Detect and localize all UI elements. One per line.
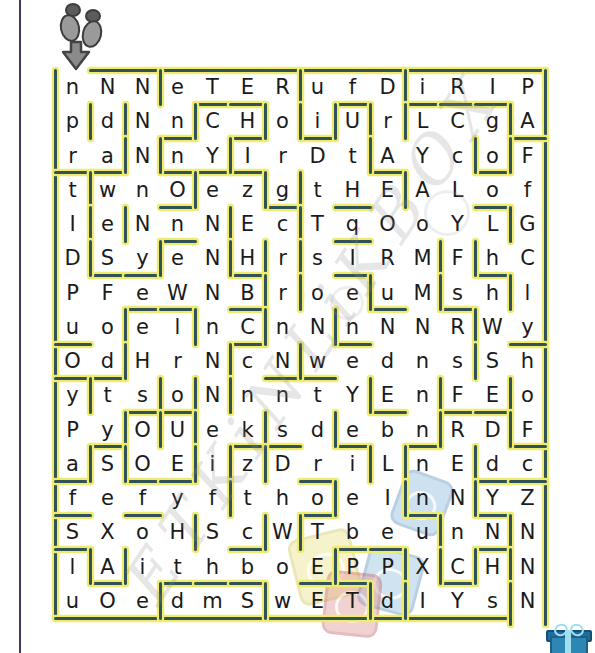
maze-wall xyxy=(264,206,302,209)
maze-cell: N xyxy=(510,584,545,618)
maze-wall xyxy=(89,206,92,243)
maze-cell: y xyxy=(510,310,545,344)
maze-cell: I xyxy=(475,70,510,104)
maze-cell: F xyxy=(90,276,125,310)
maze-cell: X xyxy=(405,550,440,584)
maze-cell: t xyxy=(230,481,265,515)
maze-wall xyxy=(124,206,127,243)
maze-cell: a xyxy=(90,139,125,173)
maze-wall xyxy=(124,103,127,140)
maze-wall xyxy=(54,343,92,346)
maze-wall xyxy=(124,343,127,380)
maze-cell: i xyxy=(195,447,230,481)
maze-cell: D xyxy=(370,70,405,104)
maze-wall xyxy=(299,137,337,140)
maze-cell: H xyxy=(230,241,265,275)
maze-cell: s xyxy=(440,276,475,310)
maze-cell: r xyxy=(265,276,300,310)
maze-cell: Y xyxy=(475,481,510,515)
maze-wall xyxy=(474,445,477,482)
maze-wall xyxy=(54,514,92,517)
worksheet-page: nNNeTERufDiRIPpdNnCHoiUrLCgAraNnYIrDtAYc… xyxy=(0,0,595,653)
maze-cell: t xyxy=(55,173,90,207)
maze-wall xyxy=(334,480,337,517)
maze-wall xyxy=(509,411,512,448)
maze-wall xyxy=(229,343,267,346)
maze-cell: S xyxy=(475,344,510,378)
maze-cell: z xyxy=(230,447,265,481)
maze-cell: N xyxy=(125,207,160,241)
maze-cell: b xyxy=(370,413,405,447)
maze-wall xyxy=(264,274,267,311)
maze-cell: n xyxy=(440,515,475,549)
maze-cell: r xyxy=(370,104,405,138)
maze-cell: N xyxy=(125,104,160,138)
maze-cell: S xyxy=(55,515,90,549)
maze-wall xyxy=(159,582,162,619)
maze-wall xyxy=(299,343,302,380)
maze-wall xyxy=(439,274,442,311)
maze-wall xyxy=(299,171,302,208)
maze-cell: u xyxy=(300,70,335,104)
maze-cell: E xyxy=(475,378,510,412)
maze-cell: E xyxy=(440,447,475,481)
maze-wall xyxy=(124,548,127,585)
maze-wall xyxy=(264,308,267,345)
maze-wall xyxy=(229,137,267,140)
maze-cell: e xyxy=(335,344,370,378)
maze-wall xyxy=(509,343,547,346)
maze-border-bottom xyxy=(54,617,512,620)
maze-wall xyxy=(334,548,372,551)
maze-cell: f xyxy=(335,70,370,104)
maze-cell: d xyxy=(90,104,125,138)
maze-cell: W xyxy=(160,276,195,310)
maze-wall xyxy=(334,548,337,585)
maze-wall xyxy=(159,137,162,174)
maze-cell: n xyxy=(405,378,440,412)
maze-cell: d xyxy=(160,584,195,618)
maze-cell: A xyxy=(510,104,545,138)
maze-cell: n xyxy=(405,413,440,447)
maze-wall xyxy=(334,240,372,243)
maze-wall xyxy=(334,343,372,346)
maze-cell: i xyxy=(300,104,335,138)
maze-wall xyxy=(369,582,372,619)
maze-wall xyxy=(124,411,127,448)
maze-wall xyxy=(194,445,197,482)
maze-wall xyxy=(229,445,232,482)
maze-wall xyxy=(264,377,302,380)
maze-cell: L xyxy=(370,447,405,481)
maze-wall xyxy=(54,377,92,380)
maze-cell: w xyxy=(90,173,125,207)
maze-cell: p xyxy=(55,104,90,138)
maze-cell: t xyxy=(90,378,125,412)
maze-wall xyxy=(229,103,267,106)
maze-wall xyxy=(369,137,372,174)
watermark-swirl xyxy=(424,190,470,236)
maze-wall xyxy=(369,377,372,414)
maze-cell: H xyxy=(335,173,370,207)
maze-wall xyxy=(229,548,267,551)
gift-icon xyxy=(546,628,590,653)
maze-wall xyxy=(299,514,302,551)
maze-wall xyxy=(89,445,92,482)
maze-cell: N xyxy=(125,139,160,173)
maze-cell: U xyxy=(160,413,195,447)
maze-cell: d xyxy=(300,413,335,447)
maze-cell: D xyxy=(475,413,510,447)
maze-wall xyxy=(124,514,162,517)
maze-wall xyxy=(299,274,302,311)
maze-wall xyxy=(264,582,267,619)
maze-cell: w xyxy=(300,344,335,378)
maze-cell: o xyxy=(510,378,545,412)
maze-wall xyxy=(474,548,477,585)
letter-maze-board: nNNeTERufDiRIPpdNnCHoiUrLCgAraNnYIrDtAYc… xyxy=(0,0,595,653)
maze-cell: H xyxy=(230,104,265,138)
maze-cell: O xyxy=(160,173,195,207)
maze-cell: N xyxy=(475,515,510,549)
maze-cell: M xyxy=(405,276,440,310)
maze-wall xyxy=(89,548,92,585)
maze-cell: o xyxy=(125,515,160,549)
maze-cell: F xyxy=(440,241,475,275)
maze-cell: c xyxy=(265,207,300,241)
maze-wall xyxy=(439,582,477,585)
maze-cell: u xyxy=(405,515,440,549)
maze-wall xyxy=(159,411,162,448)
maze-wall xyxy=(439,377,442,414)
maze-cell: i xyxy=(125,550,160,584)
maze-cell: S xyxy=(230,584,265,618)
maze-cell: a xyxy=(55,447,90,481)
maze-wall xyxy=(404,103,442,106)
maze-wall xyxy=(474,480,477,517)
maze-wall xyxy=(89,582,127,585)
maze-wall xyxy=(89,171,127,174)
maze-cell: Y xyxy=(335,378,370,412)
maze-cell: e xyxy=(335,413,370,447)
maze-cell: e xyxy=(125,276,160,310)
maze-cell: N xyxy=(195,241,230,275)
maze-wall xyxy=(124,411,162,414)
maze-cell: c xyxy=(230,515,265,549)
maze-cell: e xyxy=(160,70,195,104)
maze-cell: D xyxy=(265,447,300,481)
maze-cell: N xyxy=(510,515,545,549)
maze-cell: f xyxy=(195,481,230,515)
maze-cell: r xyxy=(265,241,300,275)
maze-cell: n xyxy=(405,344,440,378)
maze-cell: E xyxy=(230,70,265,104)
maze-wall xyxy=(89,240,92,277)
maze-cell: e xyxy=(335,481,370,515)
maze-cell: k xyxy=(230,413,265,447)
maze-cell: H xyxy=(475,550,510,584)
maze-cell: t xyxy=(335,139,370,173)
maze-cell: O xyxy=(55,344,90,378)
maze-wall xyxy=(509,480,547,483)
maze-wall xyxy=(54,171,92,174)
maze-cell: r xyxy=(300,447,335,481)
maze-cell: T xyxy=(195,70,230,104)
maze-cell: h xyxy=(475,276,510,310)
maze-cell: u xyxy=(55,310,90,344)
maze-wall xyxy=(89,377,127,380)
maze-cell: S xyxy=(90,447,125,481)
maze-wall xyxy=(159,171,197,174)
maze-cell: o xyxy=(160,378,195,412)
maze-cell: O xyxy=(370,207,405,241)
maze-wall xyxy=(159,240,197,243)
maze-cell: n xyxy=(195,310,230,344)
maze-wall xyxy=(229,308,267,311)
maze-cell: C xyxy=(195,104,230,138)
maze-cell: f xyxy=(125,481,160,515)
maze-cell: n xyxy=(55,70,90,104)
maze-cell: N xyxy=(195,276,230,310)
maze-cell: G xyxy=(510,207,545,241)
maze-wall xyxy=(159,308,197,311)
maze-cell: X xyxy=(90,515,125,549)
maze-cell: R xyxy=(370,241,405,275)
maze-wall xyxy=(124,137,127,174)
maze-wall xyxy=(474,103,512,106)
maze-cell: I xyxy=(230,139,265,173)
maze-wall xyxy=(334,411,337,448)
maze-wall xyxy=(159,582,197,585)
maze-wall xyxy=(439,103,477,106)
maze-wall xyxy=(474,137,477,174)
maze-wall xyxy=(439,308,477,311)
maze-cell: I xyxy=(405,584,440,618)
maze-cell: W xyxy=(475,310,510,344)
maze-cell: S xyxy=(195,515,230,549)
maze-cell: O xyxy=(90,584,125,618)
maze-cell: F xyxy=(510,413,545,447)
maze-cell: R xyxy=(265,70,300,104)
maze-wall xyxy=(229,274,267,277)
maze-wall xyxy=(334,103,337,140)
maze-wall xyxy=(474,240,477,277)
maze-cell: e xyxy=(370,515,405,549)
maze-cell: c xyxy=(230,344,265,378)
maze-wall xyxy=(159,411,197,414)
maze-cell: n xyxy=(160,207,195,241)
maze-cell: q xyxy=(335,207,370,241)
maze-wall xyxy=(474,274,512,277)
maze-cell: m xyxy=(195,584,230,618)
maze-cell: M xyxy=(405,241,440,275)
maze-cell: Y xyxy=(405,139,440,173)
maze-cell: o xyxy=(265,104,300,138)
watermark-swirl xyxy=(330,286,364,320)
maze-wall xyxy=(509,103,512,140)
maze-wall xyxy=(299,480,337,483)
maze-wall xyxy=(124,480,162,483)
maze-wall xyxy=(299,514,337,517)
maze-cell: h xyxy=(475,241,510,275)
maze-cell: o xyxy=(300,481,335,515)
maze-cell: c xyxy=(440,139,475,173)
maze-wall xyxy=(54,480,92,483)
maze-cell: N xyxy=(300,310,335,344)
maze-cell: C xyxy=(230,310,265,344)
maze-wall xyxy=(509,137,512,174)
maze-cell: P xyxy=(55,413,90,447)
maze-cell: E xyxy=(370,378,405,412)
maze-cell: N xyxy=(195,378,230,412)
maze-wall xyxy=(194,411,197,448)
maze-cell: L xyxy=(405,104,440,138)
maze-wall xyxy=(229,206,232,243)
maze-wall xyxy=(54,548,92,551)
maze-wall xyxy=(89,377,92,414)
maze-cell: l xyxy=(510,276,545,310)
maze-wall xyxy=(334,274,372,277)
maze-cell: C xyxy=(440,104,475,138)
maze-cell: l xyxy=(160,310,195,344)
maze-cell: E xyxy=(300,584,335,618)
maze-wall xyxy=(89,445,127,448)
maze-cell: s xyxy=(265,413,300,447)
maze-wall xyxy=(299,377,337,380)
maze-cell: N xyxy=(265,344,300,378)
maze-cell: R xyxy=(440,310,475,344)
maze-wall xyxy=(229,445,267,448)
maze-wall xyxy=(264,240,267,277)
maze-cell: e xyxy=(195,413,230,447)
maze-cell: O xyxy=(125,447,160,481)
maze-cell: s xyxy=(475,584,510,618)
maze-wall xyxy=(229,240,232,277)
maze-wall xyxy=(509,377,512,414)
maze-cell: r xyxy=(160,344,195,378)
maze-wall xyxy=(404,103,407,140)
maze-cell: N xyxy=(195,207,230,241)
maze-cell: n xyxy=(405,481,440,515)
maze-wall xyxy=(474,308,477,345)
maze-cell: b xyxy=(335,515,370,549)
maze-wall xyxy=(89,171,92,208)
maze-wall xyxy=(369,411,407,414)
maze-cell: h xyxy=(265,481,300,515)
maze-cell: T xyxy=(300,207,335,241)
maze-cell: n xyxy=(265,310,300,344)
maze-cell: i xyxy=(405,70,440,104)
maze-cell: B xyxy=(230,276,265,310)
maze-cell: O xyxy=(125,413,160,447)
maze-wall xyxy=(124,445,127,482)
maze-wall xyxy=(229,343,232,380)
maze-cell: s xyxy=(125,378,160,412)
maze-wall xyxy=(264,171,267,208)
maze-wall xyxy=(369,274,372,311)
maze-cell: N xyxy=(405,310,440,344)
maze-cell: E xyxy=(160,447,195,481)
maze-wall xyxy=(334,206,372,209)
maze-wall xyxy=(334,103,372,106)
maze-wall xyxy=(124,308,162,311)
maze-cell: Y xyxy=(440,584,475,618)
maze-wall xyxy=(229,582,267,585)
maze-border-right xyxy=(544,69,547,626)
maze-wall xyxy=(159,69,162,106)
maze-cell: W xyxy=(265,515,300,549)
maze-wall xyxy=(334,582,372,585)
maze-cell: t xyxy=(300,378,335,412)
maze-cell: g xyxy=(265,173,300,207)
maze-wall xyxy=(299,582,337,585)
maze-cell: e xyxy=(90,207,125,241)
maze-cell: C xyxy=(440,550,475,584)
maze-wall xyxy=(404,548,407,585)
maze-wall xyxy=(159,137,197,140)
maze-cell: F xyxy=(510,139,545,173)
maze-wall xyxy=(124,308,127,345)
maze-cell: C xyxy=(510,241,545,275)
maze-wall xyxy=(474,206,512,209)
maze-cell: o xyxy=(475,173,510,207)
maze-cell: n xyxy=(160,139,195,173)
maze-wall xyxy=(194,103,197,140)
maze-cell: f xyxy=(510,173,545,207)
maze-cell: P xyxy=(370,550,405,584)
maze-border-top xyxy=(89,69,547,72)
maze-cell: I xyxy=(335,241,370,275)
start-arrow-icon xyxy=(58,40,94,72)
maze-wall xyxy=(509,274,512,311)
maze-wall xyxy=(229,137,232,174)
maze-cell: u xyxy=(55,584,90,618)
maze-wall xyxy=(474,514,512,517)
maze-wall xyxy=(474,548,512,551)
maze-cell: z xyxy=(230,173,265,207)
maze-cell: R xyxy=(440,70,475,104)
maze-cell: n xyxy=(125,173,160,207)
maze-wall xyxy=(229,377,232,414)
maze-cell: c xyxy=(510,447,545,481)
maze-wall xyxy=(369,308,407,311)
maze-wall xyxy=(439,240,442,277)
maze-cell: y xyxy=(90,413,125,447)
maze-cell: H xyxy=(125,344,160,378)
maze-wall xyxy=(509,206,512,243)
maze-cell: L xyxy=(475,207,510,241)
maze-cell: t xyxy=(160,550,195,584)
maze-cell: N xyxy=(90,70,125,104)
maze-wall xyxy=(474,411,512,414)
maze-cell: n xyxy=(405,447,440,481)
maze-wall xyxy=(264,514,267,551)
maze-wall xyxy=(264,445,302,448)
maze-wall xyxy=(369,445,372,482)
maze-wall xyxy=(334,445,372,448)
maze-cell: l xyxy=(55,550,90,584)
maze-cell: g xyxy=(475,104,510,138)
maze-wall xyxy=(404,171,407,208)
maze-wall xyxy=(194,377,197,414)
maze-wall xyxy=(474,343,477,380)
maze-wall xyxy=(194,514,197,551)
maze-cell: E xyxy=(300,550,335,584)
maze-cell: D xyxy=(55,241,90,275)
maze-cell: E xyxy=(370,173,405,207)
maze-cell: h xyxy=(195,550,230,584)
maze-cell: h xyxy=(510,344,545,378)
